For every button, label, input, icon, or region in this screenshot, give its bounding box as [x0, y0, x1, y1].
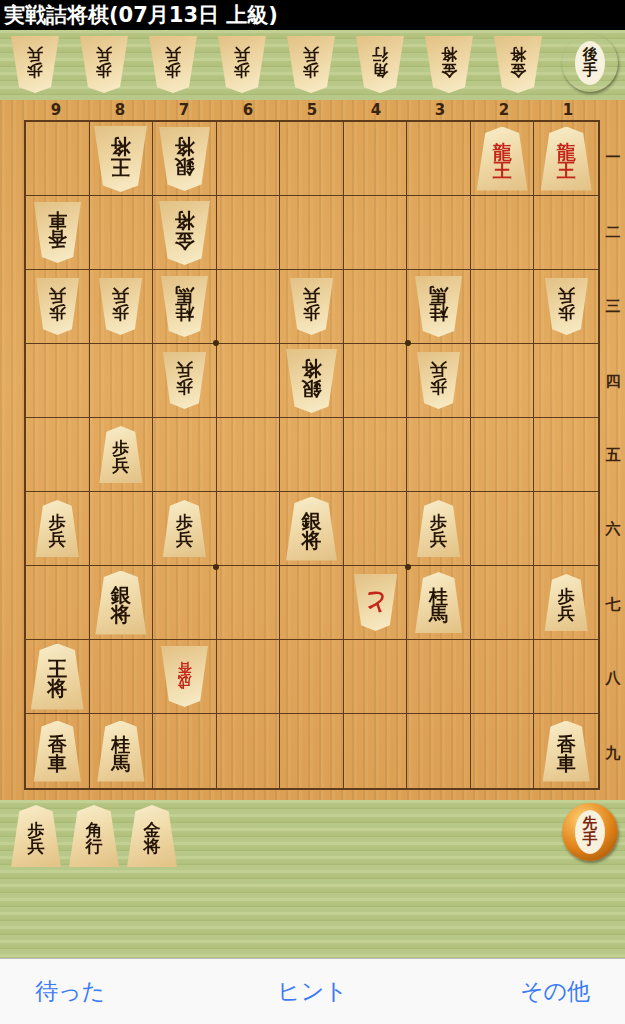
piece-kanji: 王将 [111, 136, 131, 181]
board-cell-9五[interactable] [26, 418, 90, 492]
board-cell-3九[interactable] [407, 714, 471, 788]
piece-kanji: 歩兵 [96, 47, 112, 83]
board-cell-2六[interactable] [471, 492, 535, 566]
shogi-piece-gote[interactable]: 歩兵 [289, 278, 334, 335]
file-label-8: 8 [108, 101, 132, 119]
piece-kanji: 歩兵 [112, 287, 129, 325]
board-cell-1六[interactable] [534, 492, 598, 566]
board-cell-1四[interactable] [534, 344, 598, 418]
board-cell-5八[interactable] [280, 640, 344, 714]
board-cell-3六[interactable]: 歩兵 [407, 492, 471, 566]
board-cell-5二[interactable] [280, 196, 344, 270]
undo-button[interactable]: 待った [35, 976, 105, 1007]
board-cell-6六[interactable] [217, 492, 281, 566]
shogi-piece-gote[interactable]: 金将 [158, 201, 211, 265]
board-cell-2二[interactable] [471, 196, 535, 270]
shogi-piece-gote[interactable]: 銀将 [158, 127, 211, 191]
file-label-1: 1 [556, 101, 580, 119]
board-cell-7七[interactable] [153, 566, 217, 640]
shogi-piece-sente[interactable]: 歩兵 [544, 574, 589, 631]
shogi-piece-sente[interactable]: 角行 [68, 805, 120, 867]
piece-kanji: と [363, 590, 387, 615]
file-label-5: 5 [300, 101, 324, 119]
shogi-piece-gote[interactable]: 歩兵 [544, 278, 589, 335]
gote-hand-slot: 角行 [355, 36, 405, 93]
rank-label-9: 九 [601, 744, 625, 763]
piece-kanji: 銀将 [301, 358, 321, 403]
shogi-piece-sente[interactable]: 王将 [30, 644, 85, 710]
piece-kanji: 歩兵 [49, 509, 66, 547]
board-cell-8三[interactable]: 歩兵 [90, 270, 154, 344]
shogi-piece-sente-promoted[interactable]: 龍王 [476, 127, 529, 191]
shogi-piece-sente[interactable]: 桂馬 [96, 721, 145, 782]
board-cell-2七[interactable] [471, 566, 535, 640]
board-cell-4一[interactable] [344, 122, 408, 196]
piece-kanji: 歩兵 [558, 287, 575, 325]
shogi-piece-gote[interactable]: 金将 [424, 36, 474, 93]
page-title: 実戦詰将棋(07月13日 上級) [4, 3, 278, 27]
board-cell-3四[interactable]: 歩兵 [407, 344, 471, 418]
gote-hand-slot: 金将 [424, 36, 474, 93]
board-cell-3一[interactable] [407, 122, 471, 196]
piece-kanji: 歩兵 [430, 361, 447, 399]
piece-kanji: 桂馬 [175, 285, 194, 328]
board-cell-5九[interactable] [280, 714, 344, 788]
shogi-piece-gote[interactable]: 歩兵 [148, 36, 198, 93]
shogi-piece-sente[interactable]: 香車 [33, 721, 82, 782]
board-cell-7八[interactable]: 成香 [153, 640, 217, 714]
shogi-piece-gote[interactable]: 香車 [33, 202, 82, 263]
board-cell-6二[interactable] [217, 196, 281, 270]
board-cell-7二[interactable]: 金将 [153, 196, 217, 270]
gote-hand-slot: 歩兵 [217, 36, 267, 93]
piece-kanji: 桂馬 [429, 581, 448, 624]
board-cell-1八[interactable] [534, 640, 598, 714]
board-cell-4八[interactable] [344, 640, 408, 714]
sente-hand-slot: 歩兵 [10, 805, 62, 867]
piece-kanji: 歩兵 [303, 287, 320, 325]
board-cell-7三[interactable]: 桂馬 [153, 270, 217, 344]
board-cell-8七[interactable]: 銀将 [90, 566, 154, 640]
board-cell-4二[interactable] [344, 196, 408, 270]
piece-kanji: 歩兵 [165, 47, 181, 83]
board-cell-5三[interactable]: 歩兵 [280, 270, 344, 344]
sente-hand-slot: 角行 [68, 805, 120, 867]
board-cell-5四[interactable]: 銀将 [280, 344, 344, 418]
sente-badge-label: 先手 [583, 816, 598, 848]
shogi-piece-gote-promoted[interactable]: 成香 [160, 646, 209, 707]
board-cell-3七[interactable]: 桂馬 [407, 566, 471, 640]
board-cell-5六[interactable]: 銀将 [280, 492, 344, 566]
file-label-6: 6 [236, 101, 260, 119]
board-cell-9一[interactable] [26, 122, 90, 196]
board-cell-5七[interactable] [280, 566, 344, 640]
shogi-piece-sente-promoted[interactable]: 龍王 [540, 127, 593, 191]
board-cell-9九[interactable]: 香車 [26, 714, 90, 788]
piece-kanji: 銀将 [111, 580, 131, 625]
file-label-9: 9 [44, 101, 68, 119]
board-cell-7五[interactable] [153, 418, 217, 492]
board-cell-3五[interactable] [407, 418, 471, 492]
board-cell-4七[interactable]: と [344, 566, 408, 640]
rank-label-5: 五 [601, 446, 625, 465]
piece-kanji: 歩兵 [558, 583, 575, 621]
rank-label-6: 六 [601, 520, 625, 539]
piece-kanji: 角行 [372, 47, 388, 83]
board-cell-7九[interactable] [153, 714, 217, 788]
board-cell-9七[interactable] [26, 566, 90, 640]
piece-kanji: 金将 [441, 47, 457, 83]
board-cell-3八[interactable] [407, 640, 471, 714]
shogi-piece-sente[interactable]: 香車 [542, 721, 591, 782]
shogi-piece-gote[interactable]: 歩兵 [35, 278, 80, 335]
shogi-piece-gote[interactable]: 歩兵 [10, 36, 60, 93]
shogi-piece-gote[interactable]: 桂馬 [160, 276, 209, 337]
shogi-piece-gote[interactable]: 桂馬 [414, 276, 463, 337]
board-grid[interactable]: 王将銀将龍王龍王香車金将歩兵歩兵桂馬歩兵桂馬歩兵歩兵銀将歩兵歩兵歩兵歩兵銀将歩兵… [24, 120, 600, 790]
board-cell-1一[interactable]: 龍王 [534, 122, 598, 196]
rank-label-8: 八 [601, 669, 625, 688]
board-cell-5一[interactable] [280, 122, 344, 196]
shogi-piece-gote-promoted[interactable]: と [353, 574, 398, 631]
piece-kanji: 金将 [144, 817, 161, 855]
board-cell-3二[interactable] [407, 196, 471, 270]
gote-hand-slot: 歩兵 [148, 36, 198, 93]
piece-kanji: 香車 [48, 211, 67, 254]
piece-kanji: 龍王 [557, 137, 576, 180]
board-cell-9三[interactable]: 歩兵 [26, 270, 90, 344]
shogi-piece-sente[interactable]: 歩兵 [35, 500, 80, 557]
piece-kanji: 香車 [557, 730, 576, 773]
board-cell-8九[interactable]: 桂馬 [90, 714, 154, 788]
shogi-piece-sente[interactable]: 歩兵 [98, 426, 143, 483]
board-cell-1二[interactable] [534, 196, 598, 270]
board-cell-9二[interactable]: 香車 [26, 196, 90, 270]
gote-hand-slot: 歩兵 [10, 36, 60, 93]
shogi-piece-gote[interactable]: 金将 [493, 36, 543, 93]
board-cell-8一[interactable]: 王将 [90, 122, 154, 196]
board-cell-6一[interactable] [217, 122, 281, 196]
other-button[interactable]: その他 [520, 976, 590, 1007]
board-cell-2九[interactable] [471, 714, 535, 788]
shogi-piece-gote[interactable]: 歩兵 [79, 36, 129, 93]
sente-badge: 先手 [562, 803, 618, 861]
shogi-piece-gote[interactable]: 歩兵 [416, 352, 461, 409]
board-cell-4六[interactable] [344, 492, 408, 566]
piece-kanji: 歩兵 [27, 47, 43, 83]
board-cell-2八[interactable] [471, 640, 535, 714]
shogi-piece-gote[interactable]: 歩兵 [217, 36, 267, 93]
piece-kanji: 歩兵 [234, 47, 250, 83]
board-cell-2一[interactable]: 龍王 [471, 122, 535, 196]
board-cell-6四[interactable] [217, 344, 281, 418]
board-cell-1七[interactable]: 歩兵 [534, 566, 598, 640]
file-label-7: 7 [172, 101, 196, 119]
piece-kanji: 角行 [86, 817, 103, 855]
board-cell-6九[interactable] [217, 714, 281, 788]
board-cell-1三[interactable]: 歩兵 [534, 270, 598, 344]
piece-kanji: 歩兵 [28, 817, 45, 855]
shogi-piece-gote[interactable]: 歩兵 [162, 352, 207, 409]
rank-label-2: 二 [601, 223, 625, 242]
board-cell-6五[interactable] [217, 418, 281, 492]
board-cell-8六[interactable] [90, 492, 154, 566]
shogi-piece-sente[interactable]: 歩兵 [416, 500, 461, 557]
piece-kanji: 歩兵 [176, 361, 193, 399]
board-cell-2四[interactable] [471, 344, 535, 418]
board-cell-2五[interactable] [471, 418, 535, 492]
gote-badge-label: 後手 [583, 47, 598, 79]
shogi-piece-sente[interactable]: 銀将 [285, 497, 338, 561]
gote-hand-slot: 歩兵 [79, 36, 129, 93]
board-cell-9八[interactable]: 王将 [26, 640, 90, 714]
shogi-piece-gote[interactable]: 銀将 [285, 349, 338, 413]
board-cell-9四[interactable] [26, 344, 90, 418]
piece-kanji: 金将 [174, 210, 194, 255]
gote-badge-oval: 後手 [575, 41, 605, 85]
board-cell-2三[interactable] [471, 270, 535, 344]
board-cell-6八[interactable] [217, 640, 281, 714]
file-label-3: 3 [428, 101, 452, 119]
gote-badge: 後手 [562, 34, 618, 92]
shogi-piece-sente[interactable]: 歩兵 [162, 500, 207, 557]
piece-kanji: 歩兵 [112, 435, 129, 473]
board-cell-1九[interactable]: 香車 [534, 714, 598, 788]
board-cell-8四[interactable] [90, 344, 154, 418]
shogi-piece-gote[interactable]: 歩兵 [98, 278, 143, 335]
rank-label-4: 四 [601, 372, 625, 391]
board-cell-4三[interactable] [344, 270, 408, 344]
piece-kanji: 桂馬 [429, 285, 448, 328]
board-cell-7一[interactable]: 銀将 [153, 122, 217, 196]
piece-kanji: 銀将 [301, 506, 321, 551]
board-cell-8八[interactable] [90, 640, 154, 714]
board-cell-8五[interactable]: 歩兵 [90, 418, 154, 492]
board-cell-6七[interactable] [217, 566, 281, 640]
hint-button[interactable]: ヒント [277, 976, 348, 1007]
gote-hand-slot: 金将 [493, 36, 543, 93]
piece-kanji: 歩兵 [176, 509, 193, 547]
piece-kanji: 歩兵 [430, 509, 447, 547]
shogi-piece-gote[interactable]: 歩兵 [286, 36, 336, 93]
shogi-piece-sente[interactable]: 歩兵 [10, 805, 62, 867]
shogi-piece-sente[interactable]: 銀将 [94, 571, 147, 635]
board-cell-7四[interactable]: 歩兵 [153, 344, 217, 418]
board-cell-4五[interactable] [344, 418, 408, 492]
sente-hand-slot: 金将 [126, 805, 178, 867]
rank-label-3: 三 [601, 297, 625, 316]
sente-badge-oval: 先手 [575, 810, 605, 854]
shogi-piece-sente[interactable]: 桂馬 [414, 572, 463, 633]
title-bar: 実戦詰将棋(07月13日 上級) [0, 0, 625, 30]
board-cell-7六[interactable]: 歩兵 [153, 492, 217, 566]
board-cell-3三[interactable]: 桂馬 [407, 270, 471, 344]
piece-kanji: 銀将 [174, 136, 194, 181]
gote-hand-slot: 歩兵 [286, 36, 336, 93]
piece-kanji: 桂馬 [111, 730, 130, 773]
board-cell-9六[interactable]: 歩兵 [26, 492, 90, 566]
hoshi-dot [213, 564, 219, 570]
file-label-4: 4 [364, 101, 388, 119]
piece-kanji: 王将 [47, 654, 67, 699]
bottom-toolbar: 待った ヒント その他 [0, 958, 625, 1024]
shogi-piece-gote[interactable]: 角行 [355, 36, 405, 93]
board-cell-4四[interactable] [344, 344, 408, 418]
board-cell-5五[interactable] [280, 418, 344, 492]
piece-kanji: 龍王 [493, 137, 512, 180]
piece-kanji: 歩兵 [49, 287, 66, 325]
board-cell-4九[interactable] [344, 714, 408, 788]
board-cell-1五[interactable] [534, 418, 598, 492]
piece-kanji: 金将 [510, 47, 526, 83]
rank-label-1: 一 [601, 148, 625, 167]
rank-label-7: 七 [601, 595, 625, 614]
shogi-piece-sente[interactable]: 金将 [126, 805, 178, 867]
board-cell-6三[interactable] [217, 270, 281, 344]
file-label-2: 2 [492, 101, 516, 119]
piece-kanji: 成香 [177, 661, 191, 692]
piece-kanji: 香車 [48, 730, 67, 773]
piece-kanji: 歩兵 [303, 47, 319, 83]
shogi-piece-gote[interactable]: 王将 [93, 126, 148, 192]
board-cell-8二[interactable] [90, 196, 154, 270]
hoshi-dot [405, 564, 411, 570]
